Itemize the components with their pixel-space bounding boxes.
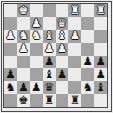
square-a6[interactable]: ♟ [4, 30, 17, 43]
square-g5[interactable] [81, 43, 94, 56]
piece-black-bishop: ♝ [44, 69, 54, 81]
square-g6[interactable] [81, 30, 94, 43]
piece-white-pawn: ♟ [57, 43, 67, 55]
square-a4[interactable] [4, 56, 17, 69]
square-a3[interactable]: ♟ [4, 68, 17, 81]
piece-white-rook: ♜ [95, 5, 105, 17]
piece-white-pawn: ♟ [31, 18, 41, 30]
square-e6[interactable]: ♝ [56, 30, 69, 43]
square-h6[interactable] [94, 30, 107, 43]
square-c8[interactable] [30, 4, 43, 17]
square-c4[interactable] [30, 56, 43, 69]
piece-white-knight: ♞ [18, 30, 28, 42]
square-d7[interactable] [43, 17, 56, 30]
square-h1[interactable] [94, 94, 107, 107]
piece-black-pawn: ♟ [18, 82, 28, 94]
square-b1[interactable]: ♚ [17, 94, 30, 107]
square-h7[interactable] [94, 17, 107, 30]
square-d2[interactable]: ♛ [43, 81, 56, 94]
piece-white-queen: ♛ [57, 18, 67, 30]
square-d1[interactable]: ♜ [43, 94, 56, 107]
piece-black-rook: ♜ [70, 95, 80, 107]
piece-white-king: ♚ [18, 5, 28, 17]
piece-black-pawn: ♟ [5, 69, 15, 81]
square-h8[interactable]: ♜ [94, 4, 107, 17]
piece-black-rook: ♜ [44, 95, 54, 107]
square-g7[interactable] [81, 17, 94, 30]
square-c5[interactable] [30, 43, 43, 56]
square-g2[interactable]: ♞ [81, 81, 94, 94]
square-d5[interactable]: ♟ [43, 43, 56, 56]
piece-black-bishop: ♝ [95, 82, 105, 94]
square-c2[interactable]: ♟ [30, 81, 43, 94]
square-f6[interactable]: ♟ [68, 30, 81, 43]
square-e2[interactable] [56, 81, 69, 94]
piece-white-pawn: ♟ [44, 43, 54, 55]
square-b2[interactable]: ♟ [17, 81, 30, 94]
square-b6[interactable]: ♞ [17, 30, 30, 43]
piece-black-queen: ♛ [44, 82, 54, 94]
square-h2[interactable]: ♝ [94, 81, 107, 94]
piece-black-pawn: ♟ [44, 56, 54, 68]
piece-black-knight: ♞ [5, 82, 15, 94]
square-c1[interactable] [30, 94, 43, 107]
square-h4[interactable]: ♟ [94, 56, 107, 69]
piece-black-pawn: ♟ [83, 56, 93, 68]
square-b7[interactable] [17, 17, 30, 30]
square-f8[interactable]: ♜ [68, 4, 81, 17]
square-a7[interactable] [4, 17, 17, 30]
piece-black-pawn: ♟ [31, 82, 41, 94]
square-g3[interactable] [81, 68, 94, 81]
square-b8[interactable]: ♚ [17, 4, 30, 17]
square-h3[interactable]: ♟ [94, 68, 107, 81]
piece-white-bishop: ♝ [57, 30, 67, 42]
piece-black-pawn: ♟ [95, 56, 105, 68]
piece-white-rook: ♜ [70, 5, 80, 17]
chess-diagram: ♚♜♜♟♛♟♞♞♝♝♟♟♟♟♟♟♟♟♝♟♟♞♟♟♛♞♝♚♜♜ [0, 0, 113, 113]
piece-white-pawn: ♟ [70, 30, 80, 42]
piece-black-knight: ♞ [83, 82, 93, 94]
piece-black-king: ♚ [18, 95, 28, 107]
square-d3[interactable]: ♝ [43, 68, 56, 81]
square-c7[interactable]: ♟ [30, 17, 43, 30]
square-b5[interactable]: ♟ [17, 43, 30, 56]
piece-white-knight: ♞ [31, 30, 41, 42]
piece-white-pawn: ♟ [5, 30, 15, 42]
square-a2[interactable]: ♞ [4, 81, 17, 94]
square-d8[interactable] [43, 4, 56, 17]
square-f1[interactable]: ♜ [68, 94, 81, 107]
square-d6[interactable]: ♝ [43, 30, 56, 43]
square-c3[interactable] [30, 68, 43, 81]
square-e3[interactable]: ♟ [56, 68, 69, 81]
square-f7[interactable] [68, 17, 81, 30]
square-f3[interactable] [68, 68, 81, 81]
piece-black-pawn: ♟ [57, 69, 67, 81]
square-d4[interactable]: ♟ [43, 56, 56, 69]
square-g4[interactable]: ♟ [81, 56, 94, 69]
square-a8[interactable] [4, 4, 17, 17]
square-f5[interactable] [68, 43, 81, 56]
square-a1[interactable] [4, 94, 17, 107]
square-f2[interactable] [68, 81, 81, 94]
piece-black-pawn: ♟ [95, 69, 105, 81]
square-c6[interactable]: ♞ [30, 30, 43, 43]
square-a5[interactable] [4, 43, 17, 56]
square-g1[interactable] [81, 94, 94, 107]
square-e5[interactable]: ♟ [56, 43, 69, 56]
square-g8[interactable] [81, 4, 94, 17]
square-e4[interactable] [56, 56, 69, 69]
piece-white-bishop: ♝ [44, 30, 54, 42]
square-e8[interactable] [56, 4, 69, 17]
square-e7[interactable]: ♛ [56, 17, 69, 30]
square-f4[interactable] [68, 56, 81, 69]
square-h5[interactable] [94, 43, 107, 56]
square-b4[interactable] [17, 56, 30, 69]
piece-white-pawn: ♟ [18, 43, 28, 55]
chess-board: ♚♜♜♟♛♟♞♞♝♝♟♟♟♟♟♟♟♟♝♟♟♞♟♟♛♞♝♚♜♜ [3, 3, 108, 108]
square-e1[interactable] [56, 94, 69, 107]
square-b3[interactable] [17, 68, 30, 81]
